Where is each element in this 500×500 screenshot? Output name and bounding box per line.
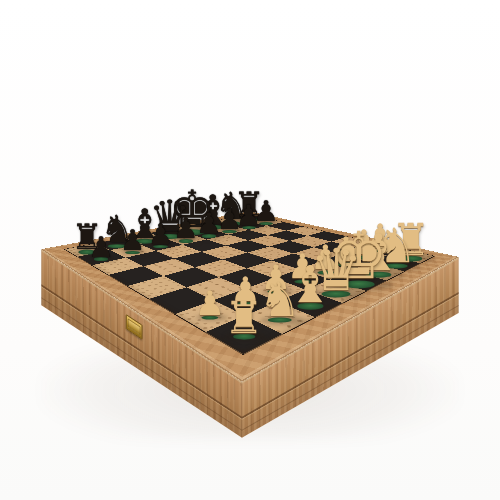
piece-black-pawn-a7[interactable]: ♟: [88, 233, 114, 262]
pawn-glyph: ♟: [148, 220, 174, 249]
rook-glyph: ♜: [224, 296, 264, 340]
pawn-glyph: ♟: [88, 233, 114, 262]
pawn-glyph: ♟: [196, 210, 222, 239]
brass-latch-icon: [126, 314, 142, 340]
pawn-glyph: ♟: [195, 286, 225, 320]
piece-white-rook-a1[interactable]: ♜: [224, 296, 264, 340]
knight-glyph: ♞: [259, 276, 302, 324]
pawn-glyph: ♟: [173, 214, 199, 243]
brass-latch-plate: [128, 318, 141, 335]
piece-black-pawn-d7[interactable]: ♟: [173, 214, 199, 243]
piece-white-knight-b1[interactable]: ♞: [259, 276, 302, 324]
piece-black-pawn-c7[interactable]: ♟: [148, 220, 174, 249]
pawn-glyph: ♟: [120, 226, 146, 255]
piece-black-pawn-b7[interactable]: ♟: [120, 226, 146, 255]
chess-set-photo: ♜♞♝♛♚♝♞♜♟♟♟♟♟♟♟♟♟♟♟♟♟♟♟♟♜♞♝♛♚♝♞♜: [0, 0, 500, 500]
piece-black-pawn-e7[interactable]: ♟: [196, 210, 222, 239]
piece-white-pawn-a2[interactable]: ♟: [195, 286, 225, 320]
